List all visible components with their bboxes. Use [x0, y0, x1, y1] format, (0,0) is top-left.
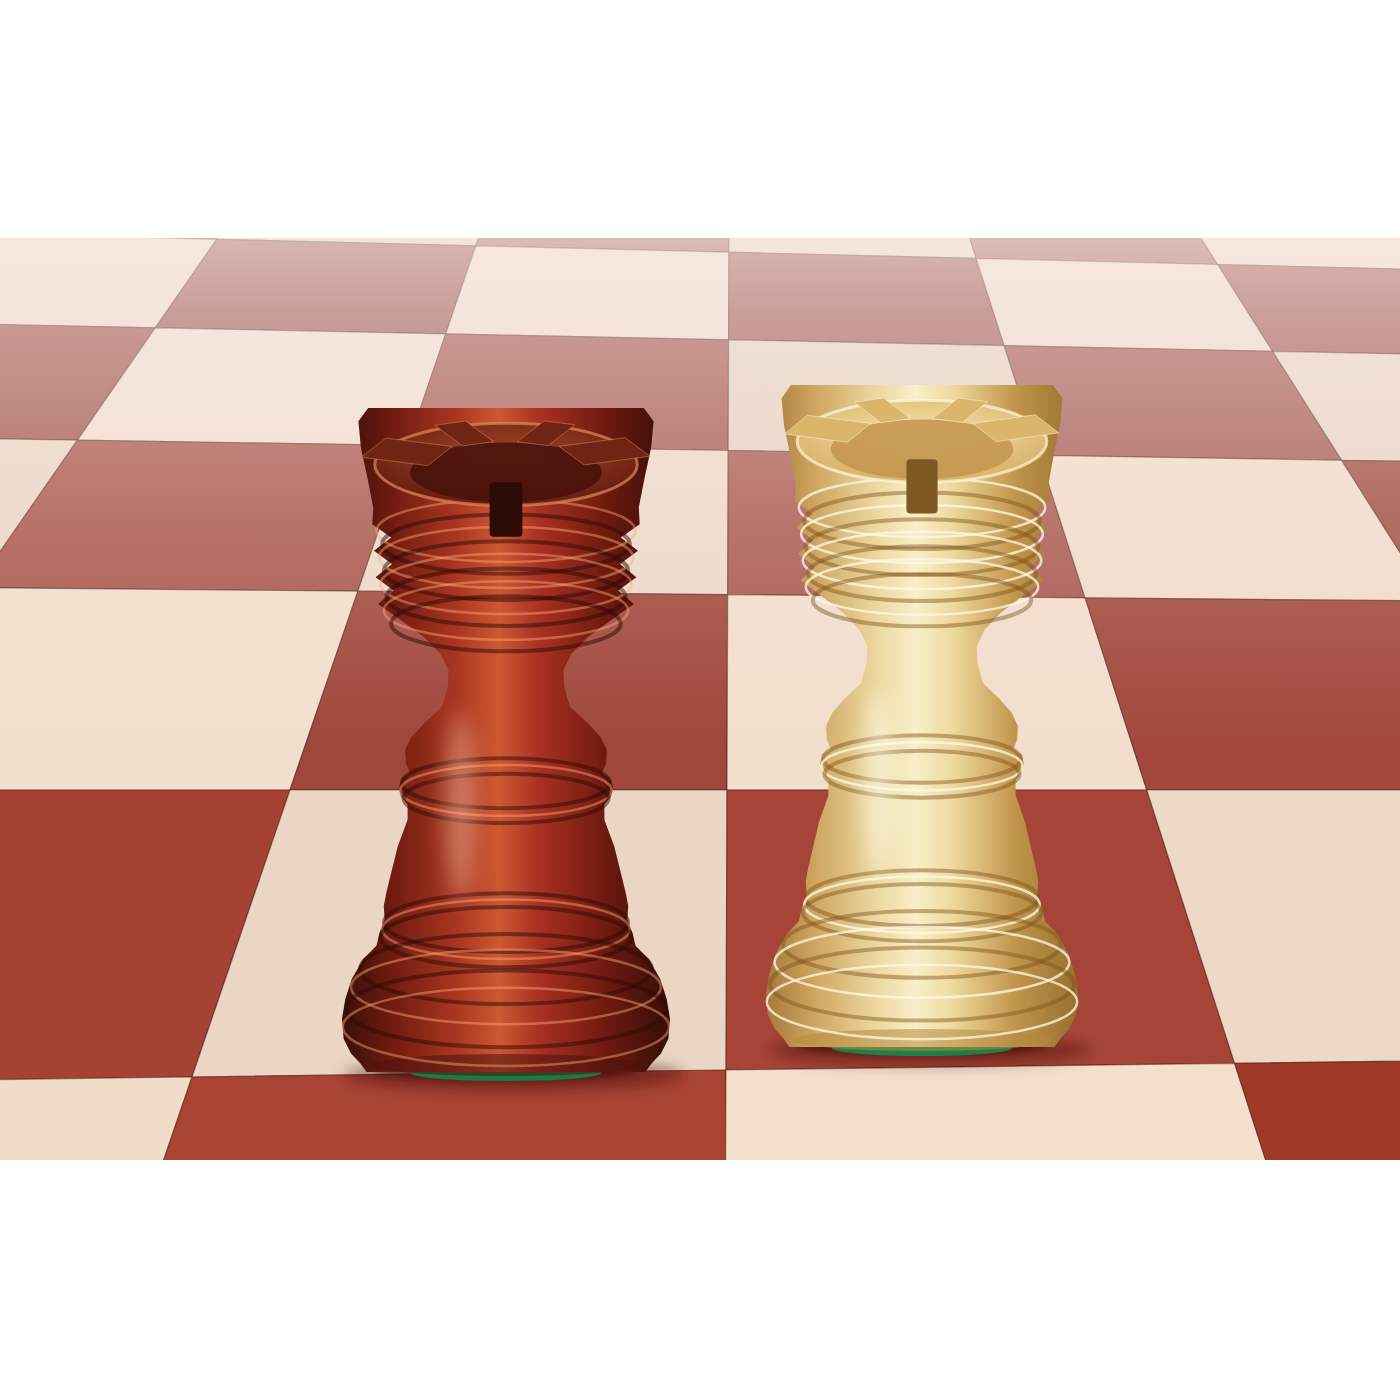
board-photo	[0, 238, 1400, 1160]
chess-board	[0, 238, 1400, 1160]
depth-haze-overlay	[0, 238, 1400, 1160]
photo-canvas	[0, 0, 1400, 1400]
